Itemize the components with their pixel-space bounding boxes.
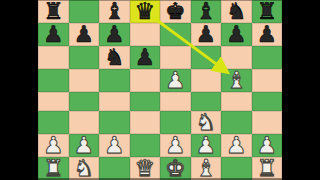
square-h5[interactable] xyxy=(252,69,283,92)
square-d1[interactable]: ♛ xyxy=(130,157,161,180)
piece-white-queen[interactable]: ♛ xyxy=(134,157,155,180)
piece-black-king[interactable]: ♚ xyxy=(165,0,186,23)
piece-white-rook[interactable]: ♜ xyxy=(256,157,277,180)
square-b7[interactable]: ♟ xyxy=(69,23,100,46)
square-c5[interactable] xyxy=(99,69,130,92)
board-top-edge xyxy=(38,0,282,1)
square-g6[interactable] xyxy=(221,46,252,69)
square-d5[interactable] xyxy=(130,69,161,92)
square-h8[interactable]: ♜ xyxy=(252,0,283,23)
square-e4[interactable] xyxy=(160,92,191,111)
square-f8[interactable]: ♝ xyxy=(191,0,222,23)
square-a3[interactable] xyxy=(38,111,69,134)
square-f2[interactable]: ♟ xyxy=(191,134,222,157)
square-a8[interactable]: ♜ xyxy=(38,0,69,23)
square-d8[interactable]: ♛ xyxy=(130,0,161,23)
piece-black-pawn[interactable]: ♟ xyxy=(256,23,277,46)
piece-black-pawn[interactable]: ♟ xyxy=(195,23,216,46)
square-d3[interactable] xyxy=(130,111,161,134)
square-b4[interactable] xyxy=(69,92,100,111)
square-e7[interactable] xyxy=(160,23,191,46)
square-g1[interactable] xyxy=(221,157,252,180)
square-b2[interactable]: ♟ xyxy=(69,134,100,157)
square-d7[interactable] xyxy=(130,23,161,46)
piece-white-pawn[interactable]: ♟ xyxy=(256,134,277,157)
square-a5[interactable] xyxy=(38,69,69,92)
square-a1[interactable]: ♜ xyxy=(38,157,69,180)
piece-white-pawn[interactable]: ♟ xyxy=(73,134,94,157)
square-d2[interactable] xyxy=(130,134,161,157)
piece-white-pawn[interactable]: ♟ xyxy=(195,134,216,157)
video-frame: ♜♝♛♚♝♞♜♟♟♟♟♟♟♞♟♟♝♞♟♟♟♟♟♟♟♜♞♛♚♝♜ xyxy=(0,0,320,180)
square-f3[interactable]: ♞ xyxy=(191,111,222,134)
piece-black-pawn[interactable]: ♟ xyxy=(226,23,247,46)
square-d6[interactable]: ♟ xyxy=(130,46,161,69)
square-a2[interactable]: ♟ xyxy=(38,134,69,157)
piece-black-pawn[interactable]: ♟ xyxy=(134,46,155,69)
piece-black-knight[interactable]: ♞ xyxy=(226,0,247,23)
square-g3[interactable] xyxy=(221,111,252,134)
square-c6[interactable]: ♞ xyxy=(99,46,130,69)
piece-white-knight[interactable]: ♞ xyxy=(73,157,94,180)
piece-white-pawn[interactable]: ♟ xyxy=(226,134,247,157)
square-g5[interactable]: ♝ xyxy=(221,69,252,92)
square-c7[interactable]: ♟ xyxy=(99,23,130,46)
square-g7[interactable]: ♟ xyxy=(221,23,252,46)
piece-black-queen[interactable]: ♛ xyxy=(134,0,155,23)
square-a7[interactable]: ♟ xyxy=(38,23,69,46)
square-c3[interactable] xyxy=(99,111,130,134)
piece-white-rook[interactable]: ♜ xyxy=(43,157,64,180)
square-h4[interactable] xyxy=(252,92,283,111)
square-f6[interactable] xyxy=(191,46,222,69)
piece-black-bishop[interactable]: ♝ xyxy=(195,0,216,23)
square-a4[interactable] xyxy=(38,92,69,111)
piece-black-pawn[interactable]: ♟ xyxy=(43,23,64,46)
square-b8[interactable] xyxy=(69,0,100,23)
square-f7[interactable]: ♟ xyxy=(191,23,222,46)
square-e6[interactable] xyxy=(160,46,191,69)
square-e3[interactable] xyxy=(160,111,191,134)
piece-white-pawn[interactable]: ♟ xyxy=(43,134,64,157)
square-h1[interactable]: ♜ xyxy=(252,157,283,180)
piece-white-pawn[interactable]: ♟ xyxy=(165,134,186,157)
square-e8[interactable]: ♚ xyxy=(160,0,191,23)
square-e5[interactable]: ♟ xyxy=(160,69,191,92)
piece-black-rook[interactable]: ♜ xyxy=(43,0,64,23)
square-d4[interactable] xyxy=(130,92,161,111)
piece-white-knight[interactable]: ♞ xyxy=(195,111,216,134)
square-g4[interactable] xyxy=(221,92,252,111)
chess-board: ♜♝♛♚♝♞♜♟♟♟♟♟♟♞♟♟♝♞♟♟♟♟♟♟♟♜♞♛♚♝♜ xyxy=(38,0,282,180)
piece-white-pawn[interactable]: ♟ xyxy=(104,134,125,157)
piece-white-bishop[interactable]: ♝ xyxy=(226,69,247,92)
square-g8[interactable]: ♞ xyxy=(221,0,252,23)
piece-black-pawn[interactable]: ♟ xyxy=(104,23,125,46)
board-bottom-edge xyxy=(38,178,282,180)
square-h7[interactable]: ♟ xyxy=(252,23,283,46)
square-h6[interactable] xyxy=(252,46,283,69)
square-b3[interactable] xyxy=(69,111,100,134)
piece-white-bishop[interactable]: ♝ xyxy=(195,157,216,180)
square-b5[interactable] xyxy=(69,69,100,92)
piece-white-king[interactable]: ♚ xyxy=(165,157,186,180)
square-f5[interactable] xyxy=(191,69,222,92)
square-h3[interactable] xyxy=(252,111,283,134)
square-g2[interactable]: ♟ xyxy=(221,134,252,157)
square-b1[interactable]: ♞ xyxy=(69,157,100,180)
square-c8[interactable]: ♝ xyxy=(99,0,130,23)
square-c2[interactable]: ♟ xyxy=(99,134,130,157)
square-f1[interactable]: ♝ xyxy=(191,157,222,180)
piece-white-pawn[interactable]: ♟ xyxy=(165,69,186,92)
square-b6[interactable] xyxy=(69,46,100,69)
square-c1[interactable] xyxy=(99,157,130,180)
square-h2[interactable]: ♟ xyxy=(252,134,283,157)
square-e2[interactable]: ♟ xyxy=(160,134,191,157)
piece-black-rook[interactable]: ♜ xyxy=(256,0,277,23)
square-a6[interactable] xyxy=(38,46,69,69)
square-e1[interactable]: ♚ xyxy=(160,157,191,180)
piece-black-bishop[interactable]: ♝ xyxy=(104,0,125,23)
piece-black-pawn[interactable]: ♟ xyxy=(73,23,94,46)
square-c4[interactable] xyxy=(99,92,130,111)
piece-black-knight[interactable]: ♞ xyxy=(104,46,125,69)
